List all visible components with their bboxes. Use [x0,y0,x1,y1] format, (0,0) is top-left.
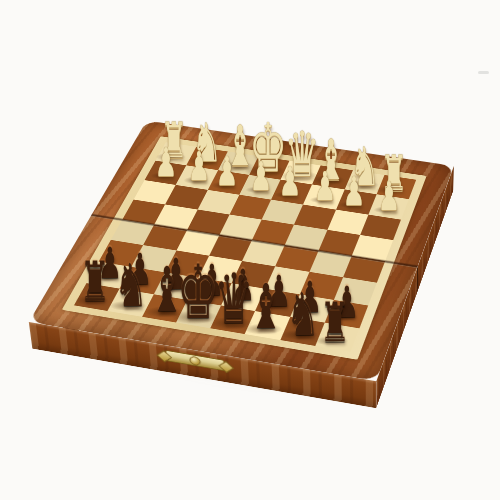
piece-white-pawn-b2[interactable]: ♟ [342,171,364,211]
photo: { "game": "chess", "scene": { "descripti… [0,0,500,500]
piece-white-pawn-h2[interactable]: ♟ [154,142,176,182]
piece-black-rook-h8[interactable]: ♜ [79,255,110,309]
piece-white-pawn-e2[interactable]: ♟ [250,157,272,197]
pieces-overlay: ♜♞♝♚♛♝♞♜♟♟♟♟♟♟♟♟♟♟♟♟♟♟♟♟♜♞♝♚♛♝♞♜ [0,0,500,500]
photo-background: ♜♞♝♚♛♝♞♜♟♟♟♟♟♟♟♟♟♟♟♟♟♟♟♟♜♞♝♚♛♝♞♜ [0,0,500,500]
piece-black-bishop-c8[interactable]: ♝ [248,277,283,339]
piece-black-rook-a8[interactable]: ♜ [320,295,351,349]
piece-white-pawn-f2[interactable]: ♟ [216,152,238,192]
piece-white-pawn-c2[interactable]: ♟ [313,166,335,206]
piece-black-knight-b8[interactable]: ♞ [286,285,319,344]
piece-black-knight-g8[interactable]: ♞ [114,256,147,315]
piece-white-pawn-g2[interactable]: ♟ [188,147,210,187]
piece-white-pawn-d2[interactable]: ♟ [279,162,301,202]
piece-white-pawn-a2[interactable]: ♟ [377,176,399,216]
